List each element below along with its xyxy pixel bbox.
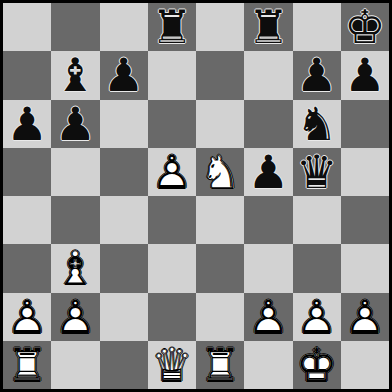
chess-board: ♜♜♚♝♟♟♟♟♟♞♟♙♞♘♟♛♝♗♟♙♟♙♟♙♟♙♟♙♜♖♛♕♜♖♚♔ [3, 3, 389, 389]
square-g4[interactable] [293, 196, 341, 244]
square-a5[interactable] [3, 148, 51, 196]
square-d1[interactable]: ♛♕ [148, 341, 196, 389]
black-king-icon: ♚ [341, 3, 389, 51]
square-h7[interactable]: ♟ [341, 51, 389, 99]
square-c1[interactable] [100, 341, 148, 389]
white-pawn-outline-icon: ♙ [3, 293, 51, 341]
piece-black-pawn: ♟ [51, 100, 99, 148]
square-b3[interactable]: ♝♗ [51, 244, 99, 292]
square-a6[interactable]: ♟ [3, 100, 51, 148]
white-pawn-icon: ♟ [148, 148, 196, 196]
square-h2[interactable]: ♟♙ [341, 293, 389, 341]
square-c7[interactable]: ♟ [100, 51, 148, 99]
square-d2[interactable] [148, 293, 196, 341]
square-b8[interactable] [51, 3, 99, 51]
black-rook-icon: ♜ [148, 3, 196, 51]
black-pawn-icon: ♟ [341, 51, 389, 99]
piece-black-knight: ♞ [293, 100, 341, 148]
square-h8[interactable]: ♚ [341, 3, 389, 51]
square-f4[interactable] [244, 196, 292, 244]
white-king-icon: ♚ [293, 341, 341, 389]
square-f1[interactable] [244, 341, 292, 389]
white-pawn-icon: ♟ [293, 293, 341, 341]
white-queen-icon: ♛ [148, 341, 196, 389]
square-a1[interactable]: ♜♖ [3, 341, 51, 389]
square-h1[interactable] [341, 341, 389, 389]
square-b6[interactable]: ♟ [51, 100, 99, 148]
square-c6[interactable] [100, 100, 148, 148]
square-c2[interactable] [100, 293, 148, 341]
white-pawn-icon: ♟ [51, 293, 99, 341]
black-rook-icon: ♜ [244, 3, 292, 51]
white-rook-outline-icon: ♖ [196, 341, 244, 389]
square-c5[interactable] [100, 148, 148, 196]
square-h6[interactable] [341, 100, 389, 148]
white-rook-icon: ♜ [3, 341, 51, 389]
square-f3[interactable] [244, 244, 292, 292]
black-bishop-icon: ♝ [51, 51, 99, 99]
piece-black-pawn: ♟ [293, 51, 341, 99]
black-knight-icon: ♞ [293, 100, 341, 148]
square-b5[interactable] [51, 148, 99, 196]
square-d8[interactable]: ♜ [148, 3, 196, 51]
square-f7[interactable] [244, 51, 292, 99]
piece-white-pawn: ♟♙ [293, 293, 341, 341]
square-e3[interactable] [196, 244, 244, 292]
square-a8[interactable] [3, 3, 51, 51]
white-pawn-icon: ♟ [3, 293, 51, 341]
square-g8[interactable] [293, 3, 341, 51]
square-g6[interactable]: ♞ [293, 100, 341, 148]
piece-white-king: ♚♔ [293, 341, 341, 389]
piece-black-pawn: ♟ [3, 100, 51, 148]
white-pawn-outline-icon: ♙ [51, 293, 99, 341]
white-rook-icon: ♜ [196, 341, 244, 389]
square-g1[interactable]: ♚♔ [293, 341, 341, 389]
piece-black-bishop: ♝ [51, 51, 99, 99]
square-c4[interactable] [100, 196, 148, 244]
piece-black-rook: ♜ [148, 3, 196, 51]
piece-white-pawn: ♟♙ [341, 293, 389, 341]
square-c8[interactable] [100, 3, 148, 51]
square-a7[interactable] [3, 51, 51, 99]
piece-black-pawn: ♟ [244, 148, 292, 196]
white-rook-outline-icon: ♖ [3, 341, 51, 389]
square-e1[interactable]: ♜♖ [196, 341, 244, 389]
square-e7[interactable] [196, 51, 244, 99]
black-pawn-icon: ♟ [3, 100, 51, 148]
square-g5[interactable]: ♛ [293, 148, 341, 196]
square-d4[interactable] [148, 196, 196, 244]
white-pawn-outline-icon: ♙ [244, 293, 292, 341]
piece-white-rook: ♜♖ [196, 341, 244, 389]
white-pawn-icon: ♟ [244, 293, 292, 341]
piece-white-queen: ♛♕ [148, 341, 196, 389]
square-b4[interactable] [51, 196, 99, 244]
white-bishop-icon: ♝ [51, 244, 99, 292]
white-pawn-outline-icon: ♙ [293, 293, 341, 341]
black-pawn-icon: ♟ [244, 148, 292, 196]
piece-white-knight: ♞♘ [196, 148, 244, 196]
square-f6[interactable] [244, 100, 292, 148]
square-a3[interactable] [3, 244, 51, 292]
square-d3[interactable] [148, 244, 196, 292]
square-e5[interactable]: ♞♘ [196, 148, 244, 196]
square-g7[interactable]: ♟ [293, 51, 341, 99]
square-e8[interactable] [196, 3, 244, 51]
square-e4[interactable] [196, 196, 244, 244]
square-e2[interactable] [196, 293, 244, 341]
square-b2[interactable]: ♟♙ [51, 293, 99, 341]
black-queen-icon: ♛ [293, 148, 341, 196]
white-pawn-outline-icon: ♙ [148, 148, 196, 196]
white-pawn-outline-icon: ♙ [341, 293, 389, 341]
piece-black-rook: ♜ [244, 3, 292, 51]
square-h5[interactable] [341, 148, 389, 196]
square-c3[interactable] [100, 244, 148, 292]
piece-white-pawn: ♟♙ [3, 293, 51, 341]
white-king-outline-icon: ♔ [293, 341, 341, 389]
square-d5[interactable]: ♟♙ [148, 148, 196, 196]
square-e6[interactable] [196, 100, 244, 148]
square-d7[interactable] [148, 51, 196, 99]
piece-white-pawn: ♟♙ [148, 148, 196, 196]
square-f5[interactable]: ♟ [244, 148, 292, 196]
black-pawn-icon: ♟ [100, 51, 148, 99]
square-f8[interactable]: ♜ [244, 3, 292, 51]
piece-black-king: ♚ [341, 3, 389, 51]
black-pawn-icon: ♟ [51, 100, 99, 148]
square-g3[interactable] [293, 244, 341, 292]
white-pawn-icon: ♟ [341, 293, 389, 341]
square-b7[interactable]: ♝ [51, 51, 99, 99]
square-a2[interactable]: ♟♙ [3, 293, 51, 341]
square-g2[interactable]: ♟♙ [293, 293, 341, 341]
square-h4[interactable] [341, 196, 389, 244]
chess-board-frame: ♜♜♚♝♟♟♟♟♟♞♟♙♞♘♟♛♝♗♟♙♟♙♟♙♟♙♟♙♜♖♛♕♜♖♚♔ [0, 0, 392, 392]
black-pawn-icon: ♟ [293, 51, 341, 99]
piece-white-pawn: ♟♙ [51, 293, 99, 341]
white-knight-outline-icon: ♘ [196, 148, 244, 196]
white-bishop-outline-icon: ♗ [51, 244, 99, 292]
white-knight-icon: ♞ [196, 148, 244, 196]
square-b1[interactable] [51, 341, 99, 389]
piece-black-pawn: ♟ [100, 51, 148, 99]
piece-white-rook: ♜♖ [3, 341, 51, 389]
square-h3[interactable] [341, 244, 389, 292]
square-d6[interactable] [148, 100, 196, 148]
white-queen-outline-icon: ♕ [148, 341, 196, 389]
piece-white-bishop: ♝♗ [51, 244, 99, 292]
piece-black-pawn: ♟ [341, 51, 389, 99]
square-f2[interactable]: ♟♙ [244, 293, 292, 341]
square-a4[interactable] [3, 196, 51, 244]
piece-white-pawn: ♟♙ [244, 293, 292, 341]
piece-black-queen: ♛ [293, 148, 341, 196]
